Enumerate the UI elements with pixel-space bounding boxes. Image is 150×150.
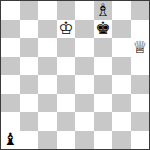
chess-board: ♗♔♚♕♝ xyxy=(0,0,150,150)
square-e2[interactable] xyxy=(75,112,94,131)
square-b1[interactable] xyxy=(20,131,39,150)
square-c1[interactable] xyxy=(38,131,57,150)
square-d8[interactable] xyxy=(57,1,76,20)
square-f3[interactable] xyxy=(94,94,113,113)
square-f8[interactable]: ♗ xyxy=(94,1,113,20)
square-g3[interactable] xyxy=(112,94,131,113)
square-a5[interactable] xyxy=(1,57,20,76)
square-h3[interactable] xyxy=(131,94,150,113)
piece-white-queen: ♕ xyxy=(132,38,147,55)
square-e1[interactable] xyxy=(75,131,94,150)
square-c4[interactable] xyxy=(38,75,57,94)
square-a6[interactable] xyxy=(1,38,20,57)
square-b7[interactable] xyxy=(20,20,39,39)
square-h1[interactable] xyxy=(131,131,150,150)
square-h6[interactable]: ♕ xyxy=(131,38,150,57)
square-d7[interactable]: ♔ xyxy=(57,20,76,39)
square-f1[interactable] xyxy=(94,131,113,150)
square-e5[interactable] xyxy=(75,57,94,76)
square-f6[interactable] xyxy=(94,38,113,57)
square-a7[interactable] xyxy=(1,20,20,39)
square-g5[interactable] xyxy=(112,57,131,76)
square-d1[interactable] xyxy=(57,131,76,150)
square-g7[interactable] xyxy=(112,20,131,39)
square-b6[interactable] xyxy=(20,38,39,57)
square-b2[interactable] xyxy=(20,112,39,131)
piece-black-bishop: ♝ xyxy=(3,131,18,148)
square-h7[interactable] xyxy=(131,20,150,39)
square-e6[interactable] xyxy=(75,38,94,57)
square-c3[interactable] xyxy=(38,94,57,113)
square-f5[interactable] xyxy=(94,57,113,76)
square-h8[interactable] xyxy=(131,1,150,20)
square-d2[interactable] xyxy=(57,112,76,131)
piece-white-king: ♔ xyxy=(58,20,73,37)
square-c6[interactable] xyxy=(38,38,57,57)
square-c8[interactable] xyxy=(38,1,57,20)
square-c5[interactable] xyxy=(38,57,57,76)
square-a1[interactable]: ♝ xyxy=(1,131,20,150)
square-b4[interactable] xyxy=(20,75,39,94)
square-a2[interactable] xyxy=(1,112,20,131)
square-e8[interactable] xyxy=(75,1,94,20)
square-f7[interactable]: ♚ xyxy=(94,20,113,39)
square-d6[interactable] xyxy=(57,38,76,57)
square-h5[interactable] xyxy=(131,57,150,76)
square-b8[interactable] xyxy=(20,1,39,20)
square-e3[interactable] xyxy=(75,94,94,113)
square-a4[interactable] xyxy=(1,75,20,94)
square-h4[interactable] xyxy=(131,75,150,94)
square-c2[interactable] xyxy=(38,112,57,131)
piece-black-king: ♚ xyxy=(95,20,110,37)
square-b5[interactable] xyxy=(20,57,39,76)
square-d3[interactable] xyxy=(57,94,76,113)
square-b3[interactable] xyxy=(20,94,39,113)
square-d5[interactable] xyxy=(57,57,76,76)
square-g4[interactable] xyxy=(112,75,131,94)
square-g6[interactable] xyxy=(112,38,131,57)
square-d4[interactable] xyxy=(57,75,76,94)
square-e7[interactable] xyxy=(75,20,94,39)
square-e4[interactable] xyxy=(75,75,94,94)
square-h2[interactable] xyxy=(131,112,150,131)
square-g2[interactable] xyxy=(112,112,131,131)
square-c7[interactable] xyxy=(38,20,57,39)
square-a3[interactable] xyxy=(1,94,20,113)
square-g1[interactable] xyxy=(112,131,131,150)
square-f2[interactable] xyxy=(94,112,113,131)
square-a8[interactable] xyxy=(1,1,20,20)
piece-white-bishop: ♗ xyxy=(95,1,110,18)
square-f4[interactable] xyxy=(94,75,113,94)
square-g8[interactable] xyxy=(112,1,131,20)
